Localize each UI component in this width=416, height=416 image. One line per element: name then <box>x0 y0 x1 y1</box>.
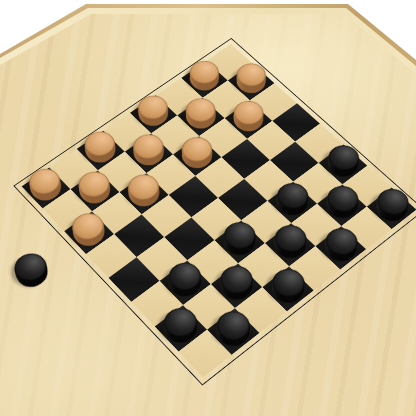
photo-canvas <box>0 0 416 416</box>
